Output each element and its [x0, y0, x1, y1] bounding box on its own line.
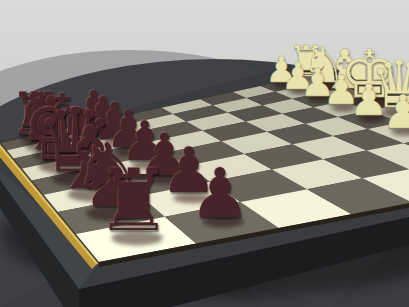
piece-black-pawn-a7[interactable]: ♟ [189, 158, 250, 226]
piece-white-pawn-c2[interactable]: ♟ [382, 89, 409, 135]
piece-black-rook-a8[interactable]: ♜ [96, 159, 173, 245]
chess-scene: ♜♟♞♟♝♟♚♟♛♟♝♟♟♞♜♟♟♜♞♟♟♝♟♚♟♛♟♝♟♞♟♜ [0, 0, 409, 307]
